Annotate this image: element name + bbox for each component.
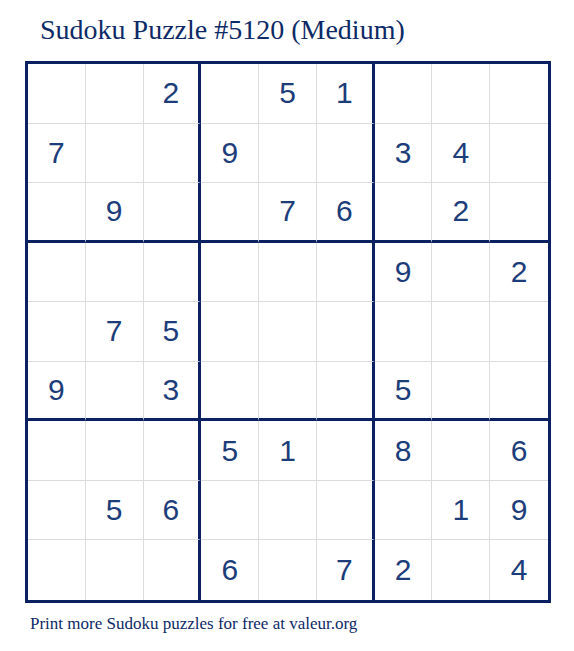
sudoku-cell-given: 7 [28, 124, 86, 184]
sudoku-cell-empty [86, 421, 144, 481]
sudoku-cell-empty [144, 540, 202, 600]
sudoku-cell-given: 3 [375, 124, 433, 184]
sudoku-cell-empty [317, 481, 375, 541]
sudoku-cell-empty [144, 124, 202, 184]
sudoku-cell-given: 3 [144, 362, 202, 422]
sudoku-cell-empty [375, 302, 433, 362]
sudoku-cell-empty [144, 421, 202, 481]
sudoku-cell-empty [86, 64, 144, 124]
sudoku-cell-empty [432, 64, 490, 124]
sudoku-cell-empty [201, 362, 259, 422]
sudoku-cell-empty [375, 64, 433, 124]
sudoku-cell-given: 4 [490, 540, 548, 600]
sudoku-cell-given: 8 [375, 421, 433, 481]
sudoku-cell-given: 2 [144, 64, 202, 124]
sudoku-cell-empty [28, 243, 86, 303]
sudoku-cell-empty [490, 64, 548, 124]
sudoku-cell-given: 2 [490, 243, 548, 303]
sudoku-cell-given: 2 [375, 540, 433, 600]
sudoku-cell-given: 6 [201, 540, 259, 600]
sudoku-cell-empty [432, 421, 490, 481]
sudoku-cell-given: 9 [86, 183, 144, 243]
sudoku-cell-given: 1 [317, 64, 375, 124]
sudoku-cell-empty [28, 421, 86, 481]
sudoku-cell-empty [86, 362, 144, 422]
sudoku-cell-empty [259, 362, 317, 422]
sudoku-cell-empty [375, 481, 433, 541]
sudoku-cell-empty [201, 243, 259, 303]
footer-text: Print more Sudoku puzzles for free at va… [30, 612, 357, 636]
sudoku-cell-empty [86, 540, 144, 600]
sudoku-cell-empty [201, 302, 259, 362]
sudoku-cell-empty [144, 243, 202, 303]
sudoku-cell-empty [28, 183, 86, 243]
page-title: Sudoku Puzzle #5120 (Medium) [40, 12, 405, 48]
sudoku-cell-empty [317, 124, 375, 184]
sudoku-cell-given: 5 [86, 481, 144, 541]
sudoku-cell-given: 5 [201, 421, 259, 481]
sudoku-cell-empty [144, 183, 202, 243]
sudoku-cell-empty [259, 481, 317, 541]
sudoku-cell-given: 5 [144, 302, 202, 362]
sudoku-cell-given: 1 [432, 481, 490, 541]
sudoku-cell-empty [201, 183, 259, 243]
sudoku-cell-empty [86, 124, 144, 184]
sudoku-cell-given: 1 [259, 421, 317, 481]
sudoku-cell-empty [28, 302, 86, 362]
sudoku-cell-empty [259, 243, 317, 303]
sudoku-cell-empty [375, 183, 433, 243]
sudoku-cell-given: 9 [201, 124, 259, 184]
sudoku-cell-given: 9 [375, 243, 433, 303]
sudoku-cell-empty [432, 243, 490, 303]
sudoku-cell-empty [86, 243, 144, 303]
sudoku-grid: 251793497629275935518656196724 [25, 61, 551, 603]
sudoku-cell-given: 4 [432, 124, 490, 184]
sudoku-page: Sudoku Puzzle #5120 (Medium) 25179349762… [0, 0, 574, 651]
sudoku-cell-given: 9 [490, 481, 548, 541]
sudoku-cell-empty [432, 362, 490, 422]
sudoku-cell-empty [317, 362, 375, 422]
sudoku-cell-empty [28, 481, 86, 541]
sudoku-cell-empty [432, 540, 490, 600]
sudoku-cell-empty [490, 124, 548, 184]
sudoku-cell-given: 2 [432, 183, 490, 243]
sudoku-cell-given: 6 [490, 421, 548, 481]
sudoku-cell-given: 7 [259, 183, 317, 243]
sudoku-cell-empty [432, 302, 490, 362]
sudoku-cell-empty [317, 302, 375, 362]
sudoku-cell-given: 7 [317, 540, 375, 600]
sudoku-cell-given: 7 [86, 302, 144, 362]
sudoku-cell-given: 9 [28, 362, 86, 422]
sudoku-cell-empty [490, 362, 548, 422]
sudoku-cell-given: 6 [144, 481, 202, 541]
sudoku-cell-given: 5 [259, 64, 317, 124]
sudoku-cell-empty [259, 302, 317, 362]
sudoku-cell-empty [28, 64, 86, 124]
sudoku-cell-empty [490, 183, 548, 243]
sudoku-cell-empty [28, 540, 86, 600]
sudoku-cell-given: 5 [375, 362, 433, 422]
sudoku-cell-empty [259, 540, 317, 600]
sudoku-cell-empty [317, 421, 375, 481]
sudoku-cell-empty [490, 302, 548, 362]
sudoku-cell-empty [317, 243, 375, 303]
sudoku-cell-empty [201, 481, 259, 541]
sudoku-cell-empty [259, 124, 317, 184]
sudoku-cell-empty [201, 64, 259, 124]
sudoku-cell-given: 6 [317, 183, 375, 243]
